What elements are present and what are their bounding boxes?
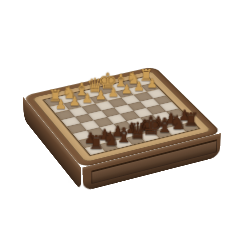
product-photo-chess-set: ♜♞♝♛♚♝♞♜♟♟♟♟♟♟♟♟♟♟♟♟♟♟♟♟♜♞♝♛♚♝♞♜ — [0, 0, 239, 239]
piece-white-pawn[interactable]: ♟ — [121, 83, 132, 96]
piece-white-pawn[interactable]: ♟ — [134, 80, 145, 93]
piece-white-pawn[interactable]: ♟ — [108, 86, 119, 99]
chess-box: ♜♞♝♛♚♝♞♜♟♟♟♟♟♟♟♟♟♟♟♟♟♟♟♟♜♞♝♛♚♝♞♜ — [22, 66, 221, 168]
scene: ♜♞♝♛♚♝♞♜♟♟♟♟♟♟♟♟♟♟♟♟♟♟♟♟♜♞♝♛♚♝♞♜ — [45, 39, 195, 189]
piece-white-pawn[interactable]: ♟ — [55, 98, 67, 111]
piece-white-pawn[interactable]: ♟ — [69, 95, 81, 108]
piece-black-rook[interactable]: ♜ — [88, 134, 104, 152]
piece-white-pawn[interactable]: ♟ — [146, 77, 157, 90]
piece-white-pawn[interactable]: ♟ — [82, 92, 94, 105]
piece-white-pawn[interactable]: ♟ — [95, 89, 106, 102]
